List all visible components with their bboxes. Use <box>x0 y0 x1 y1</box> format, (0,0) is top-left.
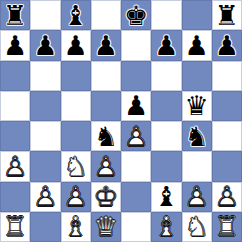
square-f2[interactable]: ♝ <box>151 182 181 212</box>
white-rook-piece[interactable]: ♜♖ <box>212 212 242 242</box>
black-knight-piece[interactable]: ♞ <box>182 121 212 151</box>
square-d2[interactable]: ♚♔ <box>91 182 121 212</box>
black-pawn-piece[interactable]: ♟ <box>182 30 212 60</box>
white-pawn-piece[interactable]: ♟♙ <box>212 182 242 212</box>
pawn-glyph: ♟ <box>61 30 91 60</box>
square-g4[interactable]: ♞ <box>182 121 212 151</box>
square-a8[interactable]: ♜ <box>0 0 30 30</box>
square-c3[interactable]: ♞♘ <box>61 151 91 181</box>
square-h7[interactable]: ♟ <box>212 30 242 60</box>
queen-glyph: ♛ <box>182 91 212 121</box>
rook-glyph: ♜ <box>212 0 242 30</box>
black-pawn-piece[interactable]: ♟ <box>212 30 242 60</box>
square-b6[interactable] <box>30 61 60 91</box>
chess-board: ♜♝♚♜♟♟♟♟♟♟♟♟♛♞♟♙♞♟♙♞♘♟♙♟♙♟♙♚♔♝♟♙♟♙♜♖♝♗♛♕… <box>0 0 242 242</box>
square-b4[interactable] <box>30 121 60 151</box>
square-d5[interactable] <box>91 91 121 121</box>
square-c6[interactable] <box>61 61 91 91</box>
square-g6[interactable] <box>182 61 212 91</box>
square-a1[interactable]: ♜♖ <box>0 212 30 242</box>
bishop-glyph-detail: ♗ <box>151 212 181 242</box>
square-g8[interactable] <box>182 0 212 30</box>
pawn-glyph: ♟ <box>182 30 212 60</box>
white-pawn-piece[interactable]: ♟♙ <box>121 121 151 151</box>
square-b3[interactable] <box>30 151 60 181</box>
white-bishop-piece[interactable]: ♝♗ <box>151 212 181 242</box>
pawn-glyph: ♟ <box>151 30 181 60</box>
square-h5[interactable] <box>212 91 242 121</box>
bishop-glyph-detail: ♗ <box>61 212 91 242</box>
white-pawn-piece[interactable]: ♟♙ <box>61 182 91 212</box>
square-g1[interactable]: ♞♘ <box>182 212 212 242</box>
white-pawn-piece[interactable]: ♟♙ <box>0 151 30 181</box>
square-g3[interactable] <box>182 151 212 181</box>
white-queen-piece[interactable]: ♛♕ <box>91 212 121 242</box>
pawn-glyph: ♟ <box>0 30 30 60</box>
square-b2[interactable]: ♟♙ <box>30 182 60 212</box>
square-a4[interactable] <box>0 121 30 151</box>
white-rook-piece[interactable]: ♜♖ <box>0 212 30 242</box>
knight-glyph: ♞ <box>182 121 212 151</box>
white-bishop-piece[interactable]: ♝♗ <box>61 212 91 242</box>
black-queen-piece[interactable]: ♛ <box>182 91 212 121</box>
square-h1[interactable]: ♜♖ <box>212 212 242 242</box>
pawn-glyph-detail: ♙ <box>182 182 212 212</box>
pawn-glyph-detail: ♙ <box>121 121 151 151</box>
square-e1[interactable] <box>121 212 151 242</box>
chess-board-container: ♜♝♚♜♟♟♟♟♟♟♟♟♛♞♟♙♞♟♙♞♘♟♙♟♙♟♙♚♔♝♟♙♟♙♜♖♝♗♛♕… <box>0 0 242 242</box>
square-c8[interactable]: ♝ <box>61 0 91 30</box>
pawn-glyph: ♟ <box>91 30 121 60</box>
square-a5[interactable] <box>0 91 30 121</box>
square-c5[interactable] <box>61 91 91 121</box>
square-f1[interactable]: ♝♗ <box>151 212 181 242</box>
black-pawn-piece[interactable]: ♟ <box>61 30 91 60</box>
square-h3[interactable] <box>212 151 242 181</box>
king-glyph: ♚ <box>121 0 151 30</box>
square-a3[interactable]: ♟♙ <box>0 151 30 181</box>
black-king-piece[interactable]: ♚ <box>121 0 151 30</box>
rook-glyph-detail: ♖ <box>0 212 30 242</box>
black-pawn-piece[interactable]: ♟ <box>121 91 151 121</box>
black-pawn-piece[interactable]: ♟ <box>0 30 30 60</box>
rook-glyph-detail: ♖ <box>212 212 242 242</box>
square-h6[interactable] <box>212 61 242 91</box>
knight-glyph-detail: ♘ <box>182 212 212 242</box>
rook-glyph: ♜ <box>0 0 30 30</box>
king-glyph-detail: ♔ <box>91 182 121 212</box>
square-b7[interactable]: ♟ <box>30 30 60 60</box>
square-a2[interactable] <box>0 182 30 212</box>
square-d7[interactable]: ♟ <box>91 30 121 60</box>
pawn-glyph-detail: ♙ <box>212 182 242 212</box>
square-d3[interactable]: ♟♙ <box>91 151 121 181</box>
black-pawn-piece[interactable]: ♟ <box>151 30 181 60</box>
square-c7[interactable]: ♟ <box>61 30 91 60</box>
pawn-glyph-detail: ♙ <box>91 151 121 181</box>
pawn-glyph-detail: ♙ <box>61 182 91 212</box>
square-h4[interactable] <box>212 121 242 151</box>
square-e6[interactable] <box>121 61 151 91</box>
square-d1[interactable]: ♛♕ <box>91 212 121 242</box>
black-pawn-piece[interactable]: ♟ <box>30 30 60 60</box>
square-d8[interactable] <box>91 0 121 30</box>
pawn-glyph: ♟ <box>121 91 151 121</box>
square-f4[interactable] <box>151 121 181 151</box>
square-f8[interactable] <box>151 0 181 30</box>
square-e5[interactable]: ♟ <box>121 91 151 121</box>
knight-glyph: ♞ <box>91 121 121 151</box>
square-b8[interactable] <box>30 0 60 30</box>
square-c2[interactable]: ♟♙ <box>61 182 91 212</box>
queen-glyph-detail: ♕ <box>91 212 121 242</box>
square-f6[interactable] <box>151 61 181 91</box>
square-d6[interactable] <box>91 61 121 91</box>
pawn-glyph: ♟ <box>30 30 60 60</box>
black-rook-piece[interactable]: ♜ <box>0 0 30 30</box>
black-rook-piece[interactable]: ♜ <box>212 0 242 30</box>
white-king-piece[interactable]: ♚♔ <box>91 182 121 212</box>
square-h2[interactable]: ♟♙ <box>212 182 242 212</box>
square-f7[interactable]: ♟ <box>151 30 181 60</box>
square-f5[interactable] <box>151 91 181 121</box>
square-g2[interactable]: ♟♙ <box>182 182 212 212</box>
square-e8[interactable]: ♚ <box>121 0 151 30</box>
black-bishop-piece[interactable]: ♝ <box>61 0 91 30</box>
square-e7[interactable] <box>121 30 151 60</box>
square-g7[interactable]: ♟ <box>182 30 212 60</box>
black-pawn-piece[interactable]: ♟ <box>91 30 121 60</box>
square-e2[interactable] <box>121 182 151 212</box>
pawn-glyph-detail: ♙ <box>0 151 30 181</box>
bishop-glyph: ♝ <box>151 182 181 212</box>
square-c4[interactable] <box>61 121 91 151</box>
square-b1[interactable] <box>30 212 60 242</box>
white-pawn-piece[interactable]: ♟♙ <box>91 151 121 181</box>
white-knight-piece[interactable]: ♞♘ <box>182 212 212 242</box>
square-a6[interactable] <box>0 61 30 91</box>
white-knight-piece[interactable]: ♞♘ <box>61 151 91 181</box>
square-e4[interactable]: ♟♙ <box>121 121 151 151</box>
pawn-glyph: ♟ <box>212 30 242 60</box>
square-e3[interactable] <box>121 151 151 181</box>
square-g5[interactable]: ♛ <box>182 91 212 121</box>
black-knight-piece[interactable]: ♞ <box>91 121 121 151</box>
knight-glyph-detail: ♘ <box>61 151 91 181</box>
black-bishop-piece[interactable]: ♝ <box>151 182 181 212</box>
bishop-glyph: ♝ <box>61 0 91 30</box>
square-d4[interactable]: ♞ <box>91 121 121 151</box>
square-h8[interactable]: ♜ <box>212 0 242 30</box>
square-f3[interactable] <box>151 151 181 181</box>
pawn-glyph-detail: ♙ <box>30 182 60 212</box>
square-c1[interactable]: ♝♗ <box>61 212 91 242</box>
square-b5[interactable] <box>30 91 60 121</box>
white-pawn-piece[interactable]: ♟♙ <box>182 182 212 212</box>
white-pawn-piece[interactable]: ♟♙ <box>30 182 60 212</box>
square-a7[interactable]: ♟ <box>0 30 30 60</box>
